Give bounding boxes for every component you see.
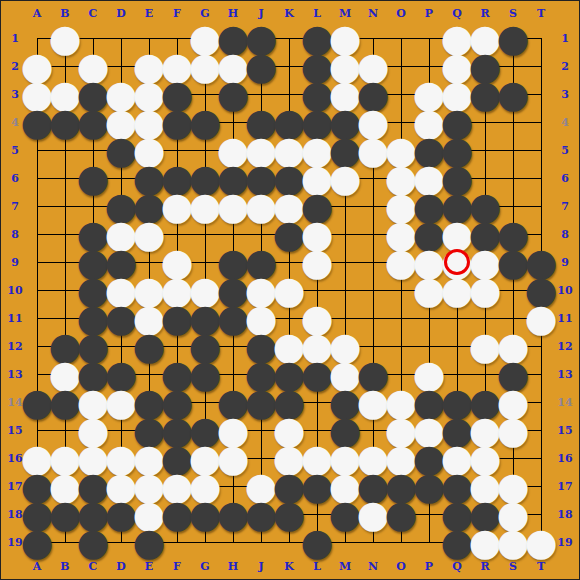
black-stone: ●: [135, 416, 163, 444]
intersection-E13[interactable]: [135, 360, 163, 388]
intersection-S1: ●: [499, 24, 527, 52]
white-stone: ●: [331, 52, 359, 80]
black-stone: ●: [443, 388, 471, 416]
white-stone: ●: [499, 332, 527, 360]
intersection-T16[interactable]: [527, 444, 555, 472]
intersection-E16: ●: [135, 444, 163, 472]
intersection-R14: ●: [471, 388, 499, 416]
intersection-J11: ●: [247, 304, 275, 332]
intersection-B18: ●: [51, 500, 79, 528]
row-label: 4: [2, 108, 28, 136]
intersection-T1[interactable]: [527, 24, 555, 52]
black-stone: ●: [79, 276, 107, 304]
intersection-N19[interactable]: [359, 528, 387, 556]
intersection-O8: ●: [387, 220, 415, 248]
intersection-B9[interactable]: [51, 248, 79, 276]
go-board-screenshot: ●●●●●●●●●●●●●●●●●●●●●●●●●●●●●●●●●●●●●●●●…: [0, 0, 580, 580]
intersection-F18: ●: [163, 500, 191, 528]
black-stone: ●: [191, 108, 219, 136]
white-stone: ●: [247, 192, 275, 220]
intersection-J16[interactable]: [247, 444, 275, 472]
white-stone: ●: [79, 52, 107, 80]
row-label: 13: [2, 360, 28, 388]
intersection-B7[interactable]: [51, 192, 79, 220]
intersection-L10[interactable]: [303, 276, 331, 304]
intersection-L9: ●: [303, 248, 331, 276]
black-stone: ●: [331, 500, 359, 528]
intersection-N8[interactable]: [359, 220, 387, 248]
white-stone: ●: [135, 304, 163, 332]
column-label: Q: [443, 6, 471, 20]
intersection-G14[interactable]: [191, 388, 219, 416]
white-stone: ●: [443, 276, 471, 304]
intersection-Q1: ●: [443, 24, 471, 52]
intersection-O2[interactable]: [387, 52, 415, 80]
intersection-J1: ●: [247, 24, 275, 52]
intersection-T6[interactable]: [527, 164, 555, 192]
white-stone: ●: [275, 276, 303, 304]
intersection-E9[interactable]: [135, 248, 163, 276]
black-stone: ●: [191, 164, 219, 192]
black-stone: ●: [247, 332, 275, 360]
intersection-T13[interactable]: [527, 360, 555, 388]
black-stone: ●: [163, 444, 191, 472]
intersection-K1[interactable]: [275, 24, 303, 52]
intersection-B14: ●: [51, 388, 79, 416]
intersection-J9: ●: [247, 248, 275, 276]
intersection-O13[interactable]: [387, 360, 415, 388]
white-stone: ●: [135, 80, 163, 108]
intersection-P12[interactable]: [415, 332, 443, 360]
intersection-L14[interactable]: [303, 388, 331, 416]
intersection-O11[interactable]: [387, 304, 415, 332]
white-stone: ●: [163, 52, 191, 80]
intersection-M9[interactable]: [331, 248, 359, 276]
intersection-T18[interactable]: [527, 500, 555, 528]
intersection-S10[interactable]: [499, 276, 527, 304]
black-stone: ●: [247, 360, 275, 388]
black-stone: ●: [443, 136, 471, 164]
column-label: J: [247, 559, 275, 573]
intersection-F12[interactable]: [163, 332, 191, 360]
intersection-T4[interactable]: [527, 108, 555, 136]
intersection-E7: ●: [135, 192, 163, 220]
intersection-G12: ●: [191, 332, 219, 360]
black-stone: ●: [415, 444, 443, 472]
white-stone: ●: [79, 444, 107, 472]
intersection-G1: ●: [191, 24, 219, 52]
last-move-marker-red-circle: [444, 249, 470, 275]
intersection-D13: ●: [107, 360, 135, 388]
intersection-G8[interactable]: [191, 220, 219, 248]
intersection-G11: ●: [191, 304, 219, 332]
black-stone: ●: [499, 80, 527, 108]
intersection-C2: ●: [79, 52, 107, 80]
intersection-T12[interactable]: [527, 332, 555, 360]
black-stone: ●: [275, 388, 303, 416]
intersection-K9[interactable]: [275, 248, 303, 276]
white-stone: ●: [387, 164, 415, 192]
intersection-L16: ●: [303, 444, 331, 472]
column-labels-top: ABCDEFGHJKLMNOPQRST: [23, 6, 555, 20]
intersection-S4[interactable]: [499, 108, 527, 136]
intersection-R5[interactable]: [471, 136, 499, 164]
black-stone: ●: [471, 388, 499, 416]
intersection-R6[interactable]: [471, 164, 499, 192]
intersection-S16[interactable]: [499, 444, 527, 472]
intersection-K17: ●: [275, 472, 303, 500]
intersection-F19[interactable]: [163, 528, 191, 556]
intersection-G9[interactable]: [191, 248, 219, 276]
row-label: 9: [552, 248, 578, 276]
intersection-M8[interactable]: [331, 220, 359, 248]
row-label: 8: [2, 220, 28, 248]
row-label: 8: [552, 220, 578, 248]
row-label: 5: [552, 136, 578, 164]
intersection-R17: ●: [471, 472, 499, 500]
intersection-P16: ●: [415, 444, 443, 472]
black-stone: ●: [163, 360, 191, 388]
white-stone: ●: [331, 164, 359, 192]
black-stone: ●: [79, 472, 107, 500]
intersection-K11[interactable]: [275, 304, 303, 332]
intersection-S15: ●: [499, 416, 527, 444]
intersection-D1[interactable]: [107, 24, 135, 52]
intersection-L12: ●: [303, 332, 331, 360]
intersection-O19[interactable]: [387, 528, 415, 556]
intersection-M10[interactable]: [331, 276, 359, 304]
intersection-K2[interactable]: [275, 52, 303, 80]
intersection-Q12[interactable]: [443, 332, 471, 360]
black-stone: ●: [191, 416, 219, 444]
intersection-C10: ●: [79, 276, 107, 304]
intersection-F14: ●: [163, 388, 191, 416]
intersection-C14: ●: [79, 388, 107, 416]
intersection-S2[interactable]: [499, 52, 527, 80]
column-label: B: [51, 6, 79, 20]
intersection-Q4: ●: [443, 108, 471, 136]
intersection-Q15: ●: [443, 416, 471, 444]
intersection-P10: ●: [415, 276, 443, 304]
intersection-F10: ●: [163, 276, 191, 304]
black-stone: ●: [79, 332, 107, 360]
column-label: N: [359, 6, 387, 20]
white-stone: ●: [359, 108, 387, 136]
intersection-T14[interactable]: [527, 388, 555, 416]
intersection-E1[interactable]: [135, 24, 163, 52]
intersection-N6[interactable]: [359, 164, 387, 192]
intersection-N4: ●: [359, 108, 387, 136]
intersection-J8[interactable]: [247, 220, 275, 248]
intersection-L5: ●: [303, 136, 331, 164]
intersection-O10[interactable]: [387, 276, 415, 304]
intersection-K7: ●: [275, 192, 303, 220]
white-stone: ●: [107, 444, 135, 472]
intersection-P19[interactable]: [415, 528, 443, 556]
white-stone: ●: [191, 52, 219, 80]
black-stone: ●: [303, 52, 331, 80]
white-stone: ●: [79, 388, 107, 416]
intersection-S5[interactable]: [499, 136, 527, 164]
intersection-G19[interactable]: [191, 528, 219, 556]
white-stone: ●: [471, 24, 499, 52]
intersection-F15: ●: [163, 416, 191, 444]
intersection-P3: ●: [415, 80, 443, 108]
intersection-S12: ●: [499, 332, 527, 360]
white-stone: ●: [135, 136, 163, 164]
intersection-D6[interactable]: [107, 164, 135, 192]
intersection-H17[interactable]: [219, 472, 247, 500]
white-stone: ●: [387, 416, 415, 444]
row-label: 14: [2, 388, 28, 416]
intersection-B15[interactable]: [51, 416, 79, 444]
intersection-C12: ●: [79, 332, 107, 360]
intersection-H8[interactable]: [219, 220, 247, 248]
intersection-P5: ●: [415, 136, 443, 164]
intersection-B5[interactable]: [51, 136, 79, 164]
row-label: 16: [2, 444, 28, 472]
black-stone: ●: [331, 136, 359, 164]
black-stone: ●: [79, 500, 107, 528]
black-stone: ●: [135, 164, 163, 192]
intersection-N11[interactable]: [359, 304, 387, 332]
white-stone: ●: [499, 528, 527, 556]
intersection-T5[interactable]: [527, 136, 555, 164]
intersection-H12[interactable]: [219, 332, 247, 360]
black-stone: ●: [107, 192, 135, 220]
intersection-S6[interactable]: [499, 164, 527, 192]
intersection-B12: ●: [51, 332, 79, 360]
intersection-M11[interactable]: [331, 304, 359, 332]
intersection-O1[interactable]: [387, 24, 415, 52]
intersection-P11[interactable]: [415, 304, 443, 332]
intersection-N7[interactable]: [359, 192, 387, 220]
black-stone: ●: [79, 220, 107, 248]
intersection-O4[interactable]: [387, 108, 415, 136]
column-label: O: [387, 559, 415, 573]
intersection-C18: ●: [79, 500, 107, 528]
white-stone: ●: [359, 444, 387, 472]
intersection-D12[interactable]: [107, 332, 135, 360]
intersection-S3: ●: [499, 80, 527, 108]
column-label: T: [527, 6, 555, 20]
black-stone: ●: [303, 472, 331, 500]
intersection-D16: ●: [107, 444, 135, 472]
intersection-F13: ●: [163, 360, 191, 388]
intersection-P18[interactable]: [415, 500, 443, 528]
intersection-B2[interactable]: [51, 52, 79, 80]
intersection-J19[interactable]: [247, 528, 275, 556]
intersection-T2[interactable]: [527, 52, 555, 80]
intersection-Q17: ●: [443, 472, 471, 500]
black-stone: ●: [471, 52, 499, 80]
intersection-S11[interactable]: [499, 304, 527, 332]
black-stone: ●: [303, 192, 331, 220]
black-stone: ●: [107, 304, 135, 332]
white-stone: ●: [499, 416, 527, 444]
intersection-M7[interactable]: [331, 192, 359, 220]
intersection-J2: ●: [247, 52, 275, 80]
intersection-R4[interactable]: [471, 108, 499, 136]
intersection-L18[interactable]: [303, 500, 331, 528]
row-label: 15: [2, 416, 28, 444]
intersection-E2: ●: [135, 52, 163, 80]
white-stone: ●: [331, 332, 359, 360]
intersection-B1: ●: [51, 24, 79, 52]
intersection-P13: ●: [415, 360, 443, 388]
intersection-R1: ●: [471, 24, 499, 52]
white-stone: ●: [135, 220, 163, 248]
black-stone: ●: [275, 472, 303, 500]
intersection-J3[interactable]: [247, 80, 275, 108]
intersection-M14: ●: [331, 388, 359, 416]
black-stone: ●: [527, 276, 555, 304]
intersection-C17: ●: [79, 472, 107, 500]
black-stone: ●: [247, 108, 275, 136]
row-label: 7: [552, 192, 578, 220]
intersection-M5: ●: [331, 136, 359, 164]
intersection-Q13[interactable]: [443, 360, 471, 388]
intersection-B19[interactable]: [51, 528, 79, 556]
white-stone: ●: [471, 472, 499, 500]
intersection-O12[interactable]: [387, 332, 415, 360]
white-stone: ●: [107, 276, 135, 304]
black-stone: ●: [79, 304, 107, 332]
intersection-N12[interactable]: [359, 332, 387, 360]
intersection-D8: ●: [107, 220, 135, 248]
intersection-H13[interactable]: [219, 360, 247, 388]
row-label: 12: [2, 332, 28, 360]
intersection-G18: ●: [191, 500, 219, 528]
intersection-R9: ●: [471, 248, 499, 276]
intersection-D2[interactable]: [107, 52, 135, 80]
row-label: 2: [2, 52, 28, 80]
intersection-B8[interactable]: [51, 220, 79, 248]
intersection-D4: ●: [107, 108, 135, 136]
intersection-K3[interactable]: [275, 80, 303, 108]
intersection-P2[interactable]: [415, 52, 443, 80]
white-stone: ●: [415, 248, 443, 276]
intersection-K19[interactable]: [275, 528, 303, 556]
intersection-T9: ●: [527, 248, 555, 276]
intersection-G3[interactable]: [191, 80, 219, 108]
intersection-M19[interactable]: [331, 528, 359, 556]
black-stone: ●: [527, 248, 555, 276]
black-stone: ●: [499, 220, 527, 248]
intersection-F8[interactable]: [163, 220, 191, 248]
intersection-O3[interactable]: [387, 80, 415, 108]
intersection-B10[interactable]: [51, 276, 79, 304]
white-stone: ●: [219, 136, 247, 164]
intersection-S7[interactable]: [499, 192, 527, 220]
intersection-T8[interactable]: [527, 220, 555, 248]
intersection-G5[interactable]: [191, 136, 219, 164]
intersection-L15[interactable]: [303, 416, 331, 444]
black-stone: ●: [275, 360, 303, 388]
row-label: 6: [2, 164, 28, 192]
white-stone: ●: [303, 332, 331, 360]
black-stone: ●: [331, 108, 359, 136]
intersection-N14: ●: [359, 388, 387, 416]
intersection-N1[interactable]: [359, 24, 387, 52]
white-stone: ●: [51, 80, 79, 108]
intersection-D19[interactable]: [107, 528, 135, 556]
intersection-N17: ●: [359, 472, 387, 500]
intersection-C1[interactable]: [79, 24, 107, 52]
intersection-E6: ●: [135, 164, 163, 192]
intersection-L2: ●: [303, 52, 331, 80]
intersection-T3[interactable]: [527, 80, 555, 108]
black-stone: ●: [191, 304, 219, 332]
intersection-J15[interactable]: [247, 416, 275, 444]
white-stone: ●: [135, 472, 163, 500]
intersection-T17[interactable]: [527, 472, 555, 500]
intersection-P1[interactable]: [415, 24, 443, 52]
intersection-C9: ●: [79, 248, 107, 276]
white-stone: ●: [415, 164, 443, 192]
intersection-O16: ●: [387, 444, 415, 472]
intersection-E12: ●: [135, 332, 163, 360]
intersection-T10: ●: [527, 276, 555, 304]
intersection-T7[interactable]: [527, 192, 555, 220]
black-stone: ●: [79, 164, 107, 192]
intersection-F5[interactable]: [163, 136, 191, 164]
intersection-D9: ●: [107, 248, 135, 276]
intersection-D17: ●: [107, 472, 135, 500]
intersection-N9[interactable]: [359, 248, 387, 276]
column-label: Q: [443, 559, 471, 573]
intersection-D15[interactable]: [107, 416, 135, 444]
white-stone: ●: [247, 276, 275, 304]
black-stone: ●: [51, 108, 79, 136]
intersection-H7: ●: [219, 192, 247, 220]
black-stone: ●: [471, 220, 499, 248]
intersection-Q10: ●: [443, 276, 471, 304]
black-stone: ●: [107, 500, 135, 528]
row-label: 4: [552, 108, 578, 136]
intersection-R13[interactable]: [471, 360, 499, 388]
intersection-H18: ●: [219, 500, 247, 528]
intersection-O5: ●: [387, 136, 415, 164]
row-label: 1: [552, 24, 578, 52]
intersection-N10[interactable]: [359, 276, 387, 304]
intersection-N13: ●: [359, 360, 387, 388]
intersection-F2: ●: [163, 52, 191, 80]
white-stone: ●: [247, 304, 275, 332]
white-stone: ●: [443, 248, 471, 276]
intersection-N15[interactable]: [359, 416, 387, 444]
intersection-C7[interactable]: [79, 192, 107, 220]
intersection-O7: ●: [387, 192, 415, 220]
intersection-H19[interactable]: [219, 528, 247, 556]
intersection-Q11[interactable]: [443, 304, 471, 332]
intersection-F1[interactable]: [163, 24, 191, 52]
intersection-C5[interactable]: [79, 136, 107, 164]
intersection-R11[interactable]: [471, 304, 499, 332]
intersection-C19: ●: [79, 528, 107, 556]
black-stone: ●: [79, 108, 107, 136]
white-stone: ●: [359, 388, 387, 416]
intersection-H4[interactable]: [219, 108, 247, 136]
intersection-D10: ●: [107, 276, 135, 304]
column-label: C: [79, 559, 107, 573]
intersection-T15[interactable]: [527, 416, 555, 444]
intersection-B6[interactable]: [51, 164, 79, 192]
white-stone: ●: [471, 444, 499, 472]
white-stone: ●: [331, 24, 359, 52]
intersection-B11[interactable]: [51, 304, 79, 332]
intersection-H3: ●: [219, 80, 247, 108]
